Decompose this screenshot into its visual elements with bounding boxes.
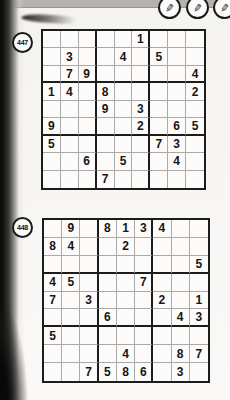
cell-r2c3[interactable] xyxy=(80,238,98,256)
cell-r2c4[interactable] xyxy=(97,48,115,65)
pencil-icon: ✎ xyxy=(192,2,203,14)
cell-r2c2: 4 xyxy=(62,238,80,256)
cell-r6c7[interactable] xyxy=(153,309,171,327)
cell-r6c7[interactable] xyxy=(150,118,168,135)
cell-r6c4[interactable] xyxy=(97,118,115,135)
cell-r8c5: 5 xyxy=(115,153,133,170)
cell-r8c3[interactable] xyxy=(80,345,98,363)
cell-r5c4[interactable] xyxy=(99,292,117,310)
pencil-medallion: ✎ xyxy=(186,0,209,19)
cell-r4c9: 2 xyxy=(186,83,204,100)
cell-r9c3: 7 xyxy=(80,363,98,381)
cell-r2c6[interactable] xyxy=(132,48,150,65)
cell-r1c3[interactable] xyxy=(80,220,98,238)
cell-r2c6[interactable] xyxy=(135,238,153,256)
cell-r5c3: 3 xyxy=(80,292,98,310)
cell-r2c2: 3 xyxy=(61,48,79,65)
cell-r4c2: 5 xyxy=(62,274,80,292)
cell-r3c9: 5 xyxy=(190,256,208,274)
cell-r8c1[interactable] xyxy=(44,345,62,363)
cell-r2c5: 4 xyxy=(115,48,133,65)
cell-r8c7[interactable] xyxy=(150,153,168,170)
cell-r7c8[interactable] xyxy=(172,327,190,345)
cell-r5c8[interactable] xyxy=(172,292,190,310)
cell-r9c4: 5 xyxy=(99,363,117,381)
cell-r7c9[interactable] xyxy=(186,136,204,153)
cell-r4c6: 7 xyxy=(135,274,153,292)
cell-r2c4[interactable] xyxy=(99,238,117,256)
pencil-medallion: ✎ xyxy=(158,0,181,19)
cell-r2c9[interactable] xyxy=(186,48,204,65)
cell-r4c2: 4 xyxy=(61,83,79,100)
cell-r9c6[interactable] xyxy=(132,171,150,188)
cell-r8c9[interactable] xyxy=(186,153,204,170)
cell-r6c4: 6 xyxy=(99,309,117,327)
cell-r9c8: 3 xyxy=(172,363,190,381)
cell-r4c3[interactable] xyxy=(80,274,98,292)
cell-r4c8[interactable] xyxy=(172,274,190,292)
cell-r1c6: 3 xyxy=(135,220,153,238)
cell-r7c5[interactable] xyxy=(115,136,133,153)
cell-r6c1: 9 xyxy=(43,118,61,135)
cell-r5c4: 9 xyxy=(97,101,115,118)
cell-r7c4[interactable] xyxy=(97,136,115,153)
cell-r4c1: 4 xyxy=(44,274,62,292)
cell-r6c6[interactable] xyxy=(135,309,153,327)
cell-r3c3[interactable] xyxy=(80,256,98,274)
cell-r5c6: 3 xyxy=(132,101,150,118)
cell-r2c5: 2 xyxy=(117,238,135,256)
cell-r2c1[interactable] xyxy=(43,48,61,65)
cell-r3c2: 7 xyxy=(61,66,79,83)
cell-r3c5[interactable] xyxy=(117,256,135,274)
cell-r5c2[interactable] xyxy=(61,101,79,118)
cell-r4c6[interactable] xyxy=(132,83,150,100)
cell-r4c7[interactable] xyxy=(150,83,168,100)
cell-r3c4[interactable] xyxy=(97,66,115,83)
cell-r2c3[interactable] xyxy=(79,48,97,65)
cell-r4c7[interactable] xyxy=(153,274,171,292)
cell-r2c7[interactable] xyxy=(153,238,171,256)
sudoku-grid-447: 134579414829392655736547 xyxy=(41,29,206,190)
cell-r4c3[interactable] xyxy=(79,83,97,100)
cell-r2c8[interactable] xyxy=(172,238,190,256)
cell-r9c1[interactable] xyxy=(43,171,61,188)
cell-r2c1: 8 xyxy=(44,238,62,256)
cell-r7c6[interactable] xyxy=(135,327,153,345)
cell-r5c5[interactable] xyxy=(115,101,133,118)
cell-r4c5[interactable] xyxy=(115,83,133,100)
cell-r7c7: 7 xyxy=(150,136,168,153)
sudoku-grid-448: 9813484254577321643548775863 xyxy=(42,218,210,383)
puzzle-number-label: 448 xyxy=(17,224,28,231)
cell-r1c9[interactable] xyxy=(190,220,208,238)
cell-r6c3[interactable] xyxy=(79,118,97,135)
cell-r6c3[interactable] xyxy=(80,309,98,327)
cell-r7c3[interactable] xyxy=(80,327,98,345)
cell-r7c3[interactable] xyxy=(79,136,97,153)
cell-r8c2[interactable] xyxy=(62,345,80,363)
cell-r6c2[interactable] xyxy=(61,118,79,135)
cell-r9c5[interactable] xyxy=(115,171,133,188)
cell-r1c5: 1 xyxy=(117,220,135,238)
cell-r3c3: 9 xyxy=(79,66,97,83)
cell-r4c4[interactable] xyxy=(99,274,117,292)
cell-r8c7[interactable] xyxy=(153,345,171,363)
cell-r8c4[interactable] xyxy=(99,345,117,363)
cell-r3c4[interactable] xyxy=(99,256,117,274)
book-binding-shadow xyxy=(0,0,26,400)
cell-r3c6[interactable] xyxy=(135,256,153,274)
cell-r9c9[interactable] xyxy=(190,363,208,381)
cell-r3c8[interactable] xyxy=(168,66,186,83)
cell-r3c1[interactable] xyxy=(43,66,61,83)
cell-r7c4[interactable] xyxy=(99,327,117,345)
cell-r7c2[interactable] xyxy=(62,327,80,345)
cell-r1c4: 8 xyxy=(99,220,117,238)
puzzle-number-448: 448 xyxy=(12,217,33,238)
cell-r4c9[interactable] xyxy=(190,274,208,292)
cell-r6c8: 6 xyxy=(168,118,186,135)
cell-r1c6: 1 xyxy=(132,31,150,48)
cell-r5c6[interactable] xyxy=(135,292,153,310)
cell-r8c6[interactable] xyxy=(132,153,150,170)
cell-r5c5[interactable] xyxy=(117,292,135,310)
cell-r7c8: 3 xyxy=(168,136,186,153)
cell-r6c2[interactable] xyxy=(62,309,80,327)
cell-r2c7: 5 xyxy=(150,48,168,65)
cell-r7c5[interactable] xyxy=(117,327,135,345)
cell-r9c7[interactable] xyxy=(153,363,171,381)
cell-r3c6[interactable] xyxy=(132,66,150,83)
cell-r9c7[interactable] xyxy=(150,171,168,188)
cell-r8c9: 7 xyxy=(190,345,208,363)
cell-r9c2[interactable] xyxy=(62,363,80,381)
cell-r4c5[interactable] xyxy=(117,274,135,292)
cell-r4c8[interactable] xyxy=(168,83,186,100)
cell-r6c5[interactable] xyxy=(115,118,133,135)
cell-r5c8[interactable] xyxy=(168,101,186,118)
cell-r8c2[interactable] xyxy=(61,153,79,170)
cell-r9c9[interactable] xyxy=(186,171,204,188)
cell-r1c1[interactable] xyxy=(43,31,61,48)
cell-r5c9[interactable] xyxy=(186,101,204,118)
cell-r1c7[interactable] xyxy=(150,31,168,48)
cell-r2c8[interactable] xyxy=(168,48,186,65)
cell-r6c9: 5 xyxy=(186,118,204,135)
cell-r1c9[interactable] xyxy=(186,31,204,48)
cell-r6c9: 3 xyxy=(190,309,208,327)
cell-r4c1: 1 xyxy=(43,83,61,100)
cell-r5c3[interactable] xyxy=(79,101,97,118)
cell-r3c7[interactable] xyxy=(150,66,168,83)
puzzle-number-447: 447 xyxy=(12,32,33,53)
cell-r1c3[interactable] xyxy=(79,31,97,48)
cell-r5c9: 1 xyxy=(190,292,208,310)
pencil-medallion: ✎ xyxy=(213,0,230,19)
cell-r9c5: 8 xyxy=(117,363,135,381)
cell-r5c1: 7 xyxy=(44,292,62,310)
cell-r8c4[interactable] xyxy=(97,153,115,170)
cell-r1c8[interactable] xyxy=(168,31,186,48)
cell-r3c2[interactable] xyxy=(62,256,80,274)
cell-r7c7[interactable] xyxy=(153,327,171,345)
cell-r9c2[interactable] xyxy=(61,171,79,188)
cell-r1c1[interactable] xyxy=(44,220,62,238)
cell-r8c3: 6 xyxy=(79,153,97,170)
cell-r1c7: 4 xyxy=(153,220,171,238)
cell-r9c8[interactable] xyxy=(168,171,186,188)
cell-r1c2: 9 xyxy=(62,220,80,238)
cell-r7c1: 5 xyxy=(44,327,62,345)
cell-r7c1: 5 xyxy=(43,136,61,153)
cell-r7c9[interactable] xyxy=(190,327,208,345)
cell-r6c1[interactable] xyxy=(44,309,62,327)
cell-r5c7: 2 xyxy=(153,292,171,310)
cell-r6c5[interactable] xyxy=(117,309,135,327)
cell-r7c2[interactable] xyxy=(61,136,79,153)
cell-r9c3[interactable] xyxy=(79,171,97,188)
cell-r8c8: 8 xyxy=(172,345,190,363)
cell-r3c8[interactable] xyxy=(172,256,190,274)
cell-r8c6[interactable] xyxy=(135,345,153,363)
puzzle-number-label: 447 xyxy=(17,39,28,46)
cell-r1c8[interactable] xyxy=(172,220,190,238)
cell-r1c5[interactable] xyxy=(115,31,133,48)
cell-r9c1[interactable] xyxy=(44,363,62,381)
cell-r1c4[interactable] xyxy=(97,31,115,48)
cell-r1c2[interactable] xyxy=(61,31,79,48)
cell-r5c2[interactable] xyxy=(62,292,80,310)
cell-r3c1[interactable] xyxy=(44,256,62,274)
pencil-icon: ✎ xyxy=(219,2,230,14)
cell-r8c8: 4 xyxy=(168,153,186,170)
cell-r9c6: 6 xyxy=(135,363,153,381)
cell-r8c5: 4 xyxy=(117,345,135,363)
cell-r5c7[interactable] xyxy=(150,101,168,118)
cell-r4c4: 8 xyxy=(97,83,115,100)
cell-r7c6[interactable] xyxy=(132,136,150,153)
cell-r8c1[interactable] xyxy=(43,153,61,170)
cell-r6c8: 4 xyxy=(172,309,190,327)
pencil-icon: ✎ xyxy=(164,2,175,14)
scan-smudge xyxy=(21,13,81,25)
cell-r5c1[interactable] xyxy=(43,101,61,118)
cell-r3c9: 4 xyxy=(186,66,204,83)
cell-r2c9[interactable] xyxy=(190,238,208,256)
cell-r6c6: 2 xyxy=(132,118,150,135)
cell-r9c4: 7 xyxy=(97,171,115,188)
cell-r3c5[interactable] xyxy=(115,66,133,83)
cell-r3c7[interactable] xyxy=(153,256,171,274)
puzzle-book-page: ✎ ✎ ✎ 447 134579414829392655736547 448 9… xyxy=(0,0,230,400)
